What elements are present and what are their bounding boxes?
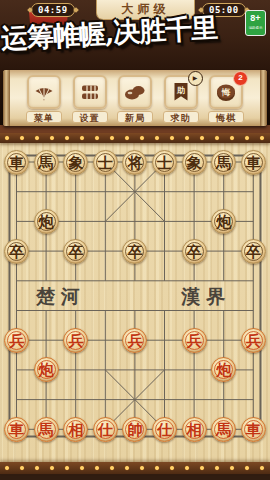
piece-black-士[interactable]: 士 — [152, 150, 177, 175]
piece-glyph: 卒 — [246, 244, 261, 259]
piece-glyph: 車 — [246, 422, 261, 437]
piece-glyph: 兵 — [9, 333, 24, 348]
piece-glyph: 相 — [68, 422, 83, 437]
piece-glyph: 相 — [187, 422, 202, 437]
piece-black-馬[interactable]: 馬 — [211, 150, 236, 175]
piece-glyph: 象 — [187, 155, 202, 170]
piece-red-仕[interactable]: 仕 — [93, 417, 118, 442]
piece-glyph: 士 — [98, 155, 113, 170]
stones-icon — [118, 75, 152, 109]
piece-glyph: 象 — [68, 155, 83, 170]
piece-glyph: 兵 — [187, 333, 202, 348]
piece-glyph: 将 — [127, 155, 142, 170]
toolbar-button-undo[interactable]: 悔2悔棋 — [207, 75, 245, 126]
piece-glyph: 兵 — [127, 333, 142, 348]
svg-text:悔: 悔 — [221, 87, 231, 97]
timer-black: 04:59 — [31, 3, 75, 17]
piece-black-卒[interactable]: 卒 — [63, 239, 88, 264]
toolbar-button-label: 设置 — [72, 111, 108, 123]
piece-glyph: 馬 — [39, 422, 54, 437]
toolbar-button-label: 菜单 — [26, 111, 62, 123]
piece-black-車[interactable]: 車 — [241, 150, 266, 175]
piece-black-馬[interactable]: 馬 — [34, 150, 59, 175]
piece-glyph: 卒 — [9, 244, 24, 259]
board[interactable]: 楚河 漢界 車馬象士将士象馬車炮炮卒卒卒卒卒兵兵兵兵兵炮炮車馬相仕帥仕相馬車 — [0, 143, 270, 462]
piece-black-将[interactable]: 将 — [122, 150, 147, 175]
toolbar: 菜单设置新局助▶求助悔2悔棋 — [3, 70, 267, 126]
piece-red-炮[interactable]: 炮 — [211, 357, 236, 382]
toolbar-button-help[interactable]: 助▶求助 — [162, 75, 200, 126]
piece-red-炮[interactable]: 炮 — [34, 357, 59, 382]
piece-glyph: 兵 — [246, 333, 261, 348]
piece-black-卒[interactable]: 卒 — [4, 239, 29, 264]
piece-red-馬[interactable]: 馬 — [211, 417, 236, 442]
piece-glyph: 炮 — [39, 363, 54, 378]
piece-layer: 車馬象士将士象馬車炮炮卒卒卒卒卒兵兵兵兵兵炮炮車馬相仕帥仕相馬車 — [0, 143, 270, 462]
piece-glyph: 炮 — [216, 214, 231, 229]
piece-black-炮[interactable]: 炮 — [34, 209, 59, 234]
toolbar-button-menu[interactable]: 菜单 — [25, 75, 63, 126]
toolbar-button-label: 求助 — [163, 111, 199, 123]
flag-icon: 助▶ — [164, 75, 198, 109]
dot-strip-top — [0, 133, 270, 143]
piece-glyph: 馬 — [216, 422, 231, 437]
piece-red-兵[interactable]: 兵 — [122, 328, 147, 353]
piece-red-仕[interactable]: 仕 — [152, 417, 177, 442]
piece-glyph: 卒 — [127, 244, 142, 259]
divider-band — [0, 125, 270, 133]
piece-glyph: 炮 — [39, 214, 54, 229]
fan-icon — [27, 75, 61, 109]
piece-red-車[interactable]: 車 — [241, 417, 266, 442]
piece-red-帥[interactable]: 帥 — [122, 417, 147, 442]
play-badge-icon: ▶ — [188, 71, 203, 86]
piece-glyph: 車 — [246, 155, 261, 170]
piece-red-相[interactable]: 相 — [63, 417, 88, 442]
abacus-icon — [73, 75, 107, 109]
piece-black-卒[interactable]: 卒 — [241, 239, 266, 264]
toolbar-button-label: 新局 — [117, 111, 153, 123]
piece-glyph: 卒 — [187, 244, 202, 259]
svg-text:助: 助 — [176, 86, 185, 95]
piece-glyph: 卒 — [68, 244, 83, 259]
piece-icon: 悔2 — [209, 75, 243, 109]
dot-strip-bottom — [0, 462, 270, 474]
piece-red-相[interactable]: 相 — [182, 417, 207, 442]
piece-black-車[interactable]: 車 — [4, 150, 29, 175]
piece-glyph: 車 — [9, 422, 24, 437]
piece-red-兵[interactable]: 兵 — [182, 328, 207, 353]
piece-red-馬[interactable]: 馬 — [34, 417, 59, 442]
piece-black-卒[interactable]: 卒 — [122, 239, 147, 264]
piece-glyph: 車 — [9, 155, 24, 170]
toolbar-buttons: 菜单设置新局助▶求助悔2悔棋 — [3, 70, 267, 126]
piece-black-士[interactable]: 士 — [93, 150, 118, 175]
piece-red-兵[interactable]: 兵 — [4, 328, 29, 353]
piece-glyph: 士 — [157, 155, 172, 170]
undo-count-badge: 2 — [233, 71, 248, 86]
piece-glyph: 仕 — [98, 422, 113, 437]
piece-black-卒[interactable]: 卒 — [182, 239, 207, 264]
piece-glyph: 仕 — [157, 422, 172, 437]
piece-red-兵[interactable]: 兵 — [241, 328, 266, 353]
piece-glyph: 炮 — [216, 363, 231, 378]
piece-glyph: 馬 — [39, 155, 54, 170]
piece-glyph: 帥 — [127, 422, 142, 437]
piece-black-象[interactable]: 象 — [63, 150, 88, 175]
xiangqi-app: 04:59 大师级 05:00 8+ 适龄提示 菜单设置新局助▶求助悔2悔棋 运… — [0, 0, 270, 480]
piece-red-兵[interactable]: 兵 — [63, 328, 88, 353]
piece-glyph: 兵 — [68, 333, 83, 348]
toolbar-button-label: 悔棋 — [208, 111, 244, 123]
toolbar-button-settings[interactable]: 设置 — [71, 75, 109, 126]
piece-black-炮[interactable]: 炮 — [211, 209, 236, 234]
piece-black-象[interactable]: 象 — [182, 150, 207, 175]
timer-black-value: 04:59 — [38, 5, 68, 15]
piece-red-車[interactable]: 車 — [4, 417, 29, 442]
piece-glyph: 馬 — [216, 155, 231, 170]
toolbar-button-new-game[interactable]: 新局 — [116, 75, 154, 126]
